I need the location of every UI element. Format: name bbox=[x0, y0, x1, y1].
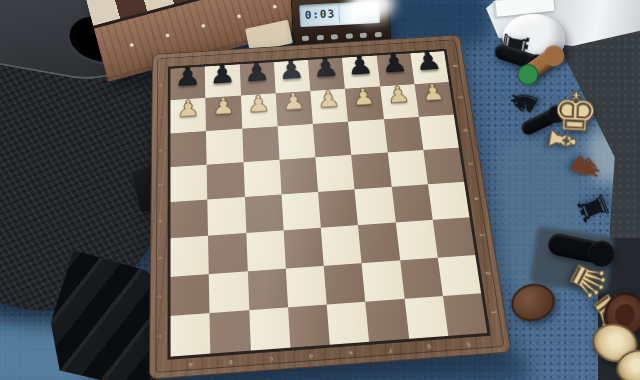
square bbox=[249, 307, 290, 351]
square bbox=[171, 313, 211, 357]
square bbox=[279, 157, 318, 194]
square bbox=[318, 189, 358, 228]
square bbox=[171, 274, 210, 316]
square bbox=[437, 255, 481, 296]
board-grid: ♟♟♟♟♟♟♟♟♟♟♟♟♟♟♟♟ bbox=[170, 51, 487, 356]
square bbox=[207, 162, 245, 200]
white-pawn: ♟ bbox=[385, 84, 411, 108]
square bbox=[351, 152, 391, 189]
clock-button bbox=[302, 36, 309, 41]
square bbox=[365, 299, 408, 342]
square bbox=[210, 310, 251, 354]
square bbox=[348, 119, 387, 155]
square bbox=[443, 293, 488, 336]
square bbox=[419, 114, 459, 150]
chessboard: ♟♟♟♟♟♟♟♟♟♟♟♟♟♟♟♟ abcdefgh 87654321 87654… bbox=[149, 35, 512, 380]
square bbox=[243, 160, 281, 197]
square: ♟ bbox=[274, 60, 311, 94]
clock-button bbox=[331, 34, 338, 39]
clock-button bbox=[375, 32, 382, 37]
square: ♟ bbox=[275, 91, 312, 126]
square bbox=[209, 271, 249, 313]
square bbox=[288, 304, 330, 347]
square: ♟ bbox=[345, 87, 383, 122]
square: ♟ bbox=[206, 96, 242, 131]
square bbox=[246, 231, 286, 271]
square bbox=[206, 128, 243, 164]
square: ♟ bbox=[410, 51, 449, 84]
square bbox=[433, 218, 476, 258]
square bbox=[358, 223, 400, 263]
square: ♟ bbox=[310, 89, 348, 124]
board-frame: ♟♟♟♟♟♟♟♟♟♟♟♟♟♟♟♟ abcdefgh 87654321 87654… bbox=[149, 35, 512, 380]
scene: 0:03 ♟♟♟♟♟♟♟♟♟♟♟♟♟♟♟♟ abcdefgh 87654321 … bbox=[0, 0, 640, 380]
square: ♟ bbox=[342, 56, 380, 89]
square bbox=[327, 301, 370, 344]
white-pawn: ♟ bbox=[420, 81, 446, 105]
square: ♟ bbox=[376, 53, 414, 86]
square: ♟ bbox=[380, 84, 419, 118]
clock-screen-divider bbox=[338, 5, 340, 23]
square: ♟ bbox=[308, 58, 345, 91]
clock-button bbox=[360, 33, 367, 38]
square bbox=[170, 131, 206, 167]
square bbox=[321, 225, 362, 265]
clock-time-left: 0:03 bbox=[304, 7, 335, 22]
square bbox=[208, 233, 247, 273]
square bbox=[281, 192, 321, 231]
square bbox=[355, 187, 396, 225]
square bbox=[387, 150, 427, 187]
white-pawn: ♟ bbox=[246, 93, 270, 117]
square bbox=[423, 147, 464, 184]
square bbox=[277, 124, 315, 160]
white-pawn: ♟ bbox=[176, 97, 200, 121]
square bbox=[242, 126, 279, 162]
square bbox=[170, 164, 207, 202]
white-pawn: ♟ bbox=[316, 88, 341, 112]
square: ♟ bbox=[205, 64, 241, 98]
square bbox=[362, 260, 404, 302]
square bbox=[383, 117, 423, 153]
square bbox=[315, 155, 354, 192]
square bbox=[247, 268, 287, 310]
square: ♟ bbox=[239, 62, 275, 96]
square bbox=[208, 197, 246, 236]
square: ♟ bbox=[414, 82, 453, 116]
square bbox=[244, 194, 283, 233]
square bbox=[395, 220, 437, 260]
square bbox=[404, 296, 448, 339]
square bbox=[171, 200, 209, 239]
white-pawn: ♟ bbox=[211, 95, 235, 119]
clock-button bbox=[316, 35, 323, 40]
square bbox=[171, 236, 209, 277]
square bbox=[283, 228, 323, 268]
square bbox=[286, 265, 327, 307]
square: ♟ bbox=[170, 67, 205, 101]
square: ♟ bbox=[170, 98, 206, 133]
square bbox=[391, 184, 432, 222]
white-pawn: ♟ bbox=[281, 90, 306, 114]
square bbox=[313, 121, 352, 157]
white-pawn: ♟ bbox=[351, 86, 376, 110]
square bbox=[324, 263, 366, 305]
clock-button bbox=[346, 33, 353, 38]
square bbox=[428, 182, 470, 220]
square: ♟ bbox=[241, 93, 278, 128]
square bbox=[400, 257, 443, 298]
